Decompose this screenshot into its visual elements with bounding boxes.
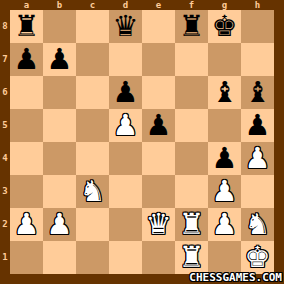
square-f2[interactable]: ♜: [175, 208, 208, 241]
square-d4[interactable]: [109, 142, 142, 175]
square-h3[interactable]: [241, 175, 274, 208]
square-g5[interactable]: [208, 109, 241, 142]
black-bishop: ♝: [212, 76, 238, 109]
square-e5[interactable]: ♟: [142, 109, 175, 142]
square-b8[interactable]: [43, 10, 76, 43]
black-pawn: ♟: [146, 109, 172, 142]
file-label-h: h: [241, 0, 274, 10]
white-knight: ♞: [245, 208, 271, 241]
black-pawn: ♟: [245, 109, 271, 142]
white-pawn: ♟: [14, 208, 40, 241]
square-a6[interactable]: [10, 76, 43, 109]
white-king: ♚: [245, 241, 271, 274]
square-g6[interactable]: ♝: [208, 76, 241, 109]
square-c2[interactable]: [76, 208, 109, 241]
square-b6[interactable]: [43, 76, 76, 109]
square-h4[interactable]: ♟: [241, 142, 274, 175]
square-g4[interactable]: ♟: [208, 142, 241, 175]
square-e7[interactable]: [142, 43, 175, 76]
square-e8[interactable]: [142, 10, 175, 43]
white-pawn: ♟: [113, 109, 139, 142]
chess-diagram: abcdefgh 87654321 ♜♛♜♚♟♟♟♝♝♟♟♟♟♟♞♟♟♟♛♜♟♞…: [0, 0, 284, 284]
square-h1[interactable]: ♚: [241, 241, 274, 274]
square-f4[interactable]: [175, 142, 208, 175]
black-rook: ♜: [14, 10, 40, 43]
white-queen: ♛: [146, 208, 172, 241]
rank-label-5: 5: [0, 109, 10, 142]
file-label-d: d: [109, 0, 142, 10]
square-d5[interactable]: ♟: [109, 109, 142, 142]
black-queen: ♛: [113, 10, 139, 43]
square-f1[interactable]: ♜: [175, 241, 208, 274]
rank-label-3: 3: [0, 175, 10, 208]
rank-label-7: 7: [0, 43, 10, 76]
square-b3[interactable]: [43, 175, 76, 208]
square-f7[interactable]: [175, 43, 208, 76]
square-g3[interactable]: ♟: [208, 175, 241, 208]
square-h5[interactable]: ♟: [241, 109, 274, 142]
square-f6[interactable]: [175, 76, 208, 109]
square-d7[interactable]: [109, 43, 142, 76]
square-a3[interactable]: [10, 175, 43, 208]
file-label-e: e: [142, 0, 175, 10]
white-pawn: ♟: [245, 142, 271, 175]
square-h7[interactable]: [241, 43, 274, 76]
square-c6[interactable]: [76, 76, 109, 109]
file-label-f: f: [175, 0, 208, 10]
square-f3[interactable]: [175, 175, 208, 208]
chessgames-watermark: CHESSGAMES.COM: [189, 271, 282, 284]
rank-label-1: 1: [0, 241, 10, 274]
square-b5[interactable]: [43, 109, 76, 142]
square-b2[interactable]: ♟: [43, 208, 76, 241]
square-b4[interactable]: [43, 142, 76, 175]
square-g1[interactable]: [208, 241, 241, 274]
square-c5[interactable]: [76, 109, 109, 142]
square-h8[interactable]: [241, 10, 274, 43]
square-a1[interactable]: [10, 241, 43, 274]
square-a7[interactable]: ♟: [10, 43, 43, 76]
rank-label-6: 6: [0, 76, 10, 109]
rank-label-8: 8: [0, 10, 10, 43]
file-label-a: a: [10, 0, 43, 10]
square-h2[interactable]: ♞: [241, 208, 274, 241]
square-c4[interactable]: [76, 142, 109, 175]
square-g2[interactable]: ♟: [208, 208, 241, 241]
black-king: ♚: [212, 10, 238, 43]
square-d3[interactable]: [109, 175, 142, 208]
white-rook: ♜: [179, 208, 205, 241]
square-g8[interactable]: ♚: [208, 10, 241, 43]
square-b7[interactable]: ♟: [43, 43, 76, 76]
white-pawn: ♟: [212, 208, 238, 241]
square-e2[interactable]: ♛: [142, 208, 175, 241]
square-h6[interactable]: ♝: [241, 76, 274, 109]
black-pawn: ♟: [47, 43, 73, 76]
square-a8[interactable]: ♜: [10, 10, 43, 43]
square-e3[interactable]: [142, 175, 175, 208]
rank-label-2: 2: [0, 208, 10, 241]
white-rook: ♜: [179, 241, 205, 274]
file-label-c: c: [76, 0, 109, 10]
black-pawn: ♟: [14, 43, 40, 76]
square-g7[interactable]: [208, 43, 241, 76]
square-c7[interactable]: [76, 43, 109, 76]
square-d6[interactable]: ♟: [109, 76, 142, 109]
square-a5[interactable]: [10, 109, 43, 142]
chess-board: ♜♛♜♚♟♟♟♝♝♟♟♟♟♟♞♟♟♟♛♜♟♞♜♚: [10, 10, 274, 274]
rank-label-4: 4: [0, 142, 10, 175]
white-pawn: ♟: [212, 175, 238, 208]
square-b1[interactable]: [43, 241, 76, 274]
file-label-g: g: [208, 0, 241, 10]
square-e6[interactable]: [142, 76, 175, 109]
white-pawn: ♟: [47, 208, 73, 241]
square-d1[interactable]: [109, 241, 142, 274]
square-c8[interactable]: [76, 10, 109, 43]
square-d8[interactable]: ♛: [109, 10, 142, 43]
square-d2[interactable]: [109, 208, 142, 241]
square-a4[interactable]: [10, 142, 43, 175]
square-f5[interactable]: [175, 109, 208, 142]
black-pawn: ♟: [212, 142, 238, 175]
file-label-b: b: [43, 0, 76, 10]
square-e4[interactable]: [142, 142, 175, 175]
square-c1[interactable]: [76, 241, 109, 274]
square-f8[interactable]: ♜: [175, 10, 208, 43]
black-rook: ♜: [179, 10, 205, 43]
square-c3[interactable]: ♞: [76, 175, 109, 208]
black-pawn: ♟: [113, 76, 139, 109]
black-bishop: ♝: [245, 76, 271, 109]
square-e1[interactable]: [142, 241, 175, 274]
square-a2[interactable]: ♟: [10, 208, 43, 241]
white-knight: ♞: [80, 175, 106, 208]
